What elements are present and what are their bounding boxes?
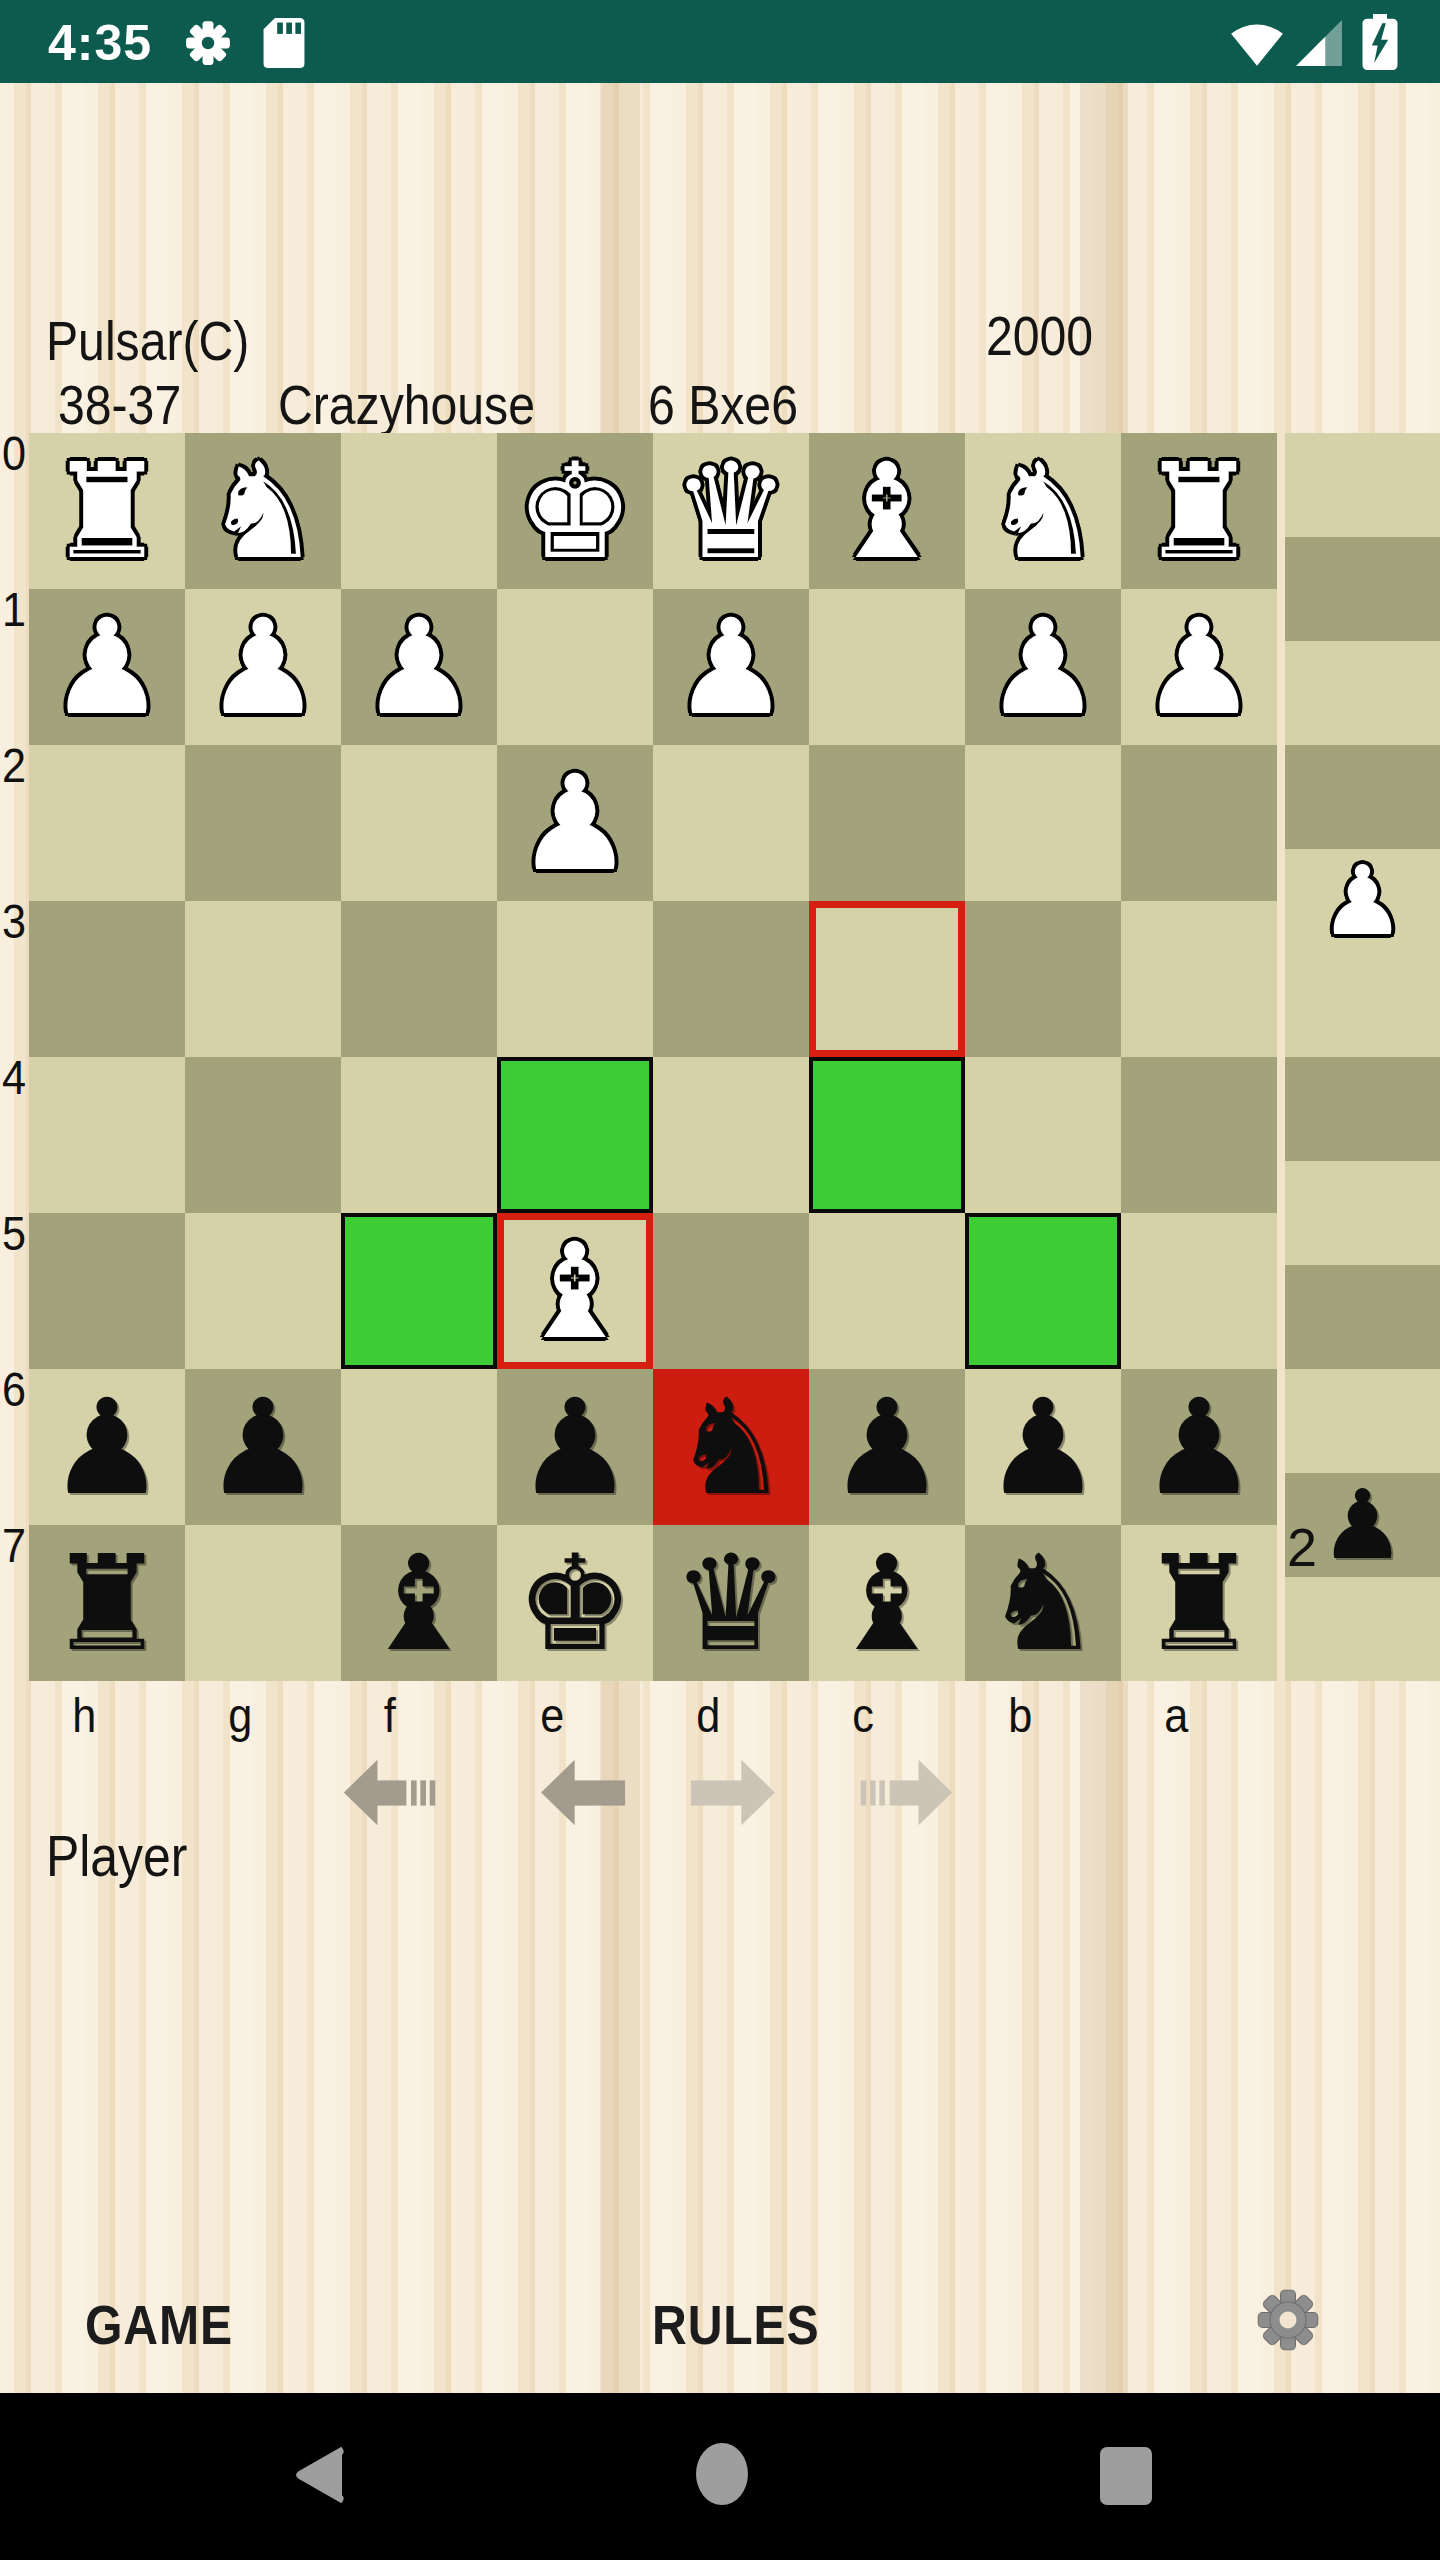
last-move-text: 6 Bxe6	[648, 372, 822, 437]
square-h1[interactable]: ♜	[29, 433, 185, 589]
square-f4[interactable]	[341, 901, 497, 1057]
white-p-piece: ♟	[1140, 589, 1258, 745]
square-f7[interactable]	[341, 1369, 497, 1525]
square-d8[interactable]: ♛	[653, 1525, 809, 1681]
square-h3[interactable]	[29, 745, 185, 901]
square-f6[interactable]	[341, 1213, 497, 1369]
pocket-cell-3[interactable]	[1285, 745, 1440, 849]
square-a3[interactable]	[1121, 745, 1277, 901]
square-h4[interactable]	[29, 901, 185, 1057]
black-p-piece: ♟	[204, 1369, 322, 1525]
square-b5[interactable]	[965, 1057, 1121, 1213]
square-h5[interactable]	[29, 1057, 185, 1213]
black-p-piece: ♟	[828, 1369, 946, 1525]
square-a8[interactable]: ♜	[1121, 1525, 1277, 1681]
square-d4[interactable]	[653, 901, 809, 1057]
square-e3[interactable]: ♟	[497, 745, 653, 901]
square-d3[interactable]	[653, 745, 809, 901]
square-c3[interactable]	[809, 745, 965, 901]
white-p-piece: ♟	[360, 589, 478, 745]
square-g2[interactable]: ♟	[185, 589, 341, 745]
black-p-piece: ♟	[516, 1369, 634, 1525]
white-p-piece: ♟	[48, 589, 166, 745]
file-label-h: h	[72, 1688, 96, 1743]
pocket-cell-7[interactable]	[1285, 1161, 1440, 1265]
square-h7[interactable]: ♟	[29, 1369, 185, 1525]
black-q-piece: ♛	[672, 1525, 790, 1681]
square-d1[interactable]: ♛	[653, 433, 809, 589]
next-move-button[interactable]	[688, 1758, 776, 1828]
file-label-b: b	[1008, 1688, 1032, 1743]
square-g1[interactable]: ♞	[185, 433, 341, 589]
square-g7[interactable]: ♟	[185, 1369, 341, 1525]
black-pocket-pawn[interactable]: ♟	[1319, 1473, 1405, 1577]
first-move-button[interactable]	[343, 1758, 438, 1828]
wifi-icon	[1228, 18, 1286, 68]
square-b7[interactable]: ♟	[965, 1369, 1121, 1525]
black-p-piece: ♟	[984, 1369, 1102, 1525]
square-e1[interactable]: ♚	[497, 433, 653, 589]
square-f2[interactable]: ♟	[341, 589, 497, 745]
file-label-c: c	[852, 1688, 874, 1743]
square-g3[interactable]	[185, 745, 341, 901]
pocket-cell-0[interactable]	[1285, 433, 1440, 537]
square-a1[interactable]: ♜	[1121, 433, 1277, 589]
black-p-piece: ♟	[1140, 1369, 1258, 1525]
square-d2[interactable]: ♟	[653, 589, 809, 745]
rank-label-3: 3	[2, 894, 38, 949]
square-f5[interactable]	[341, 1057, 497, 1213]
white-r-piece: ♜	[48, 433, 166, 589]
white-q-piece: ♛	[672, 433, 790, 589]
back-button[interactable]	[293, 2443, 345, 2507]
gear-icon	[183, 18, 233, 68]
pocket-cell-5[interactable]	[1285, 953, 1440, 1057]
file-label-g: g	[228, 1688, 252, 1743]
square-b8[interactable]: ♞	[965, 1525, 1121, 1681]
file-label-f: f	[384, 1688, 396, 1743]
rules-menu-button[interactable]: RULES	[652, 2292, 847, 2357]
last-move-button[interactable]	[858, 1758, 953, 1828]
rank-label-7: 7	[2, 1518, 38, 1573]
cell-signal-icon	[1294, 18, 1344, 68]
android-navigation-bar	[0, 2393, 1440, 2560]
pocket-cell-11[interactable]	[1285, 1577, 1440, 1681]
white-p-piece: ♟	[516, 745, 634, 901]
square-c4[interactable]	[809, 901, 965, 1057]
square-a2[interactable]: ♟	[1121, 589, 1277, 745]
status-time: 4:35	[48, 14, 152, 72]
rank-label-0: 0	[2, 426, 38, 481]
pocket-cell-8[interactable]	[1285, 1265, 1440, 1369]
white-b-piece: ♝	[828, 433, 946, 589]
square-a5[interactable]	[1121, 1057, 1277, 1213]
sd-card-icon	[262, 18, 306, 68]
white-k-piece: ♚	[516, 433, 634, 589]
white-p-piece: ♟	[984, 589, 1102, 745]
clock-display: 38-37	[58, 372, 201, 437]
square-b6[interactable]	[965, 1213, 1121, 1369]
white-pocket-pawn[interactable]: ♟	[1319, 849, 1405, 953]
black-r-piece: ♜	[48, 1525, 166, 1681]
status-bar: 4:35	[0, 0, 1440, 83]
variant-label: Crazyhouse	[278, 372, 577, 437]
pocket-cell-6[interactable]	[1285, 1057, 1440, 1161]
player-name: Player	[46, 1822, 210, 1889]
square-c1[interactable]: ♝	[809, 433, 965, 589]
pocket-cell-4[interactable]: ♟	[1285, 849, 1440, 953]
square-f8[interactable]: ♝	[341, 1525, 497, 1681]
white-n-piece: ♞	[204, 433, 322, 589]
square-c8[interactable]: ♝	[809, 1525, 965, 1681]
black-n-piece: ♞	[672, 1369, 790, 1525]
square-h2[interactable]: ♟	[29, 589, 185, 745]
rank-label-5: 5	[2, 1206, 38, 1261]
square-a6[interactable]	[1121, 1213, 1277, 1369]
white-r-piece: ♜	[1140, 433, 1258, 589]
square-f1[interactable]	[341, 433, 497, 589]
settings-gear-button[interactable]	[1254, 2286, 1322, 2354]
white-n-piece: ♞	[984, 433, 1102, 589]
square-f3[interactable]	[341, 745, 497, 901]
square-g6[interactable]	[185, 1213, 341, 1369]
rank-label-4: 4	[2, 1050, 38, 1105]
square-b3[interactable]	[965, 745, 1121, 901]
pocket-cell-9[interactable]	[1285, 1369, 1440, 1473]
black-p-piece: ♟	[48, 1369, 166, 1525]
black-b-piece: ♝	[360, 1525, 478, 1681]
square-a4[interactable]	[1121, 901, 1277, 1057]
square-a7[interactable]: ♟	[1121, 1369, 1277, 1525]
square-g8[interactable]	[185, 1525, 341, 1681]
square-d7[interactable]: ♞	[653, 1369, 809, 1525]
previous-move-button[interactable]	[540, 1758, 628, 1828]
file-label-d: d	[696, 1688, 720, 1743]
square-b1[interactable]: ♞	[965, 433, 1121, 589]
home-button[interactable]	[693, 2441, 751, 2507]
pocket-cell-1[interactable]	[1285, 537, 1440, 641]
black-b-piece: ♝	[828, 1525, 946, 1681]
square-d6[interactable]	[653, 1213, 809, 1369]
battery-charging-icon	[1362, 14, 1398, 70]
white-p-piece: ♟	[672, 589, 790, 745]
game-menu-button[interactable]: GAME	[85, 2292, 257, 2357]
square-e8[interactable]: ♚	[497, 1525, 653, 1681]
square-h8[interactable]: ♜	[29, 1525, 185, 1681]
square-c7[interactable]: ♟	[809, 1369, 965, 1525]
square-h6[interactable]	[29, 1213, 185, 1369]
square-e4[interactable]	[497, 901, 653, 1057]
square-e6[interactable]: ♝	[497, 1213, 653, 1369]
square-c2[interactable]	[809, 589, 965, 745]
rank-label-1: 1	[2, 582, 38, 637]
square-e2[interactable]	[497, 589, 653, 745]
square-c5[interactable]	[809, 1057, 965, 1213]
crazyhouse-pocket-tray: ♟♟	[1285, 433, 1440, 1681]
black-pocket-pawn-count: 2	[1287, 1516, 1317, 1578]
opponent-rating: 2000	[986, 303, 1111, 368]
pocket-cell-2[interactable]	[1285, 641, 1440, 745]
square-e7[interactable]: ♟	[497, 1369, 653, 1525]
square-e5[interactable]	[497, 1057, 653, 1213]
file-label-e: e	[540, 1688, 564, 1743]
square-b4[interactable]	[965, 901, 1121, 1057]
square-b2[interactable]: ♟	[965, 589, 1121, 745]
square-d5[interactable]	[653, 1057, 809, 1213]
chess-board: ♜♞♚♛♝♞♜♟♟♟♟♟♟♟♝♟♟♟♞♟♟♟♜♝♚♛♝♞♜	[29, 433, 1277, 1681]
rank-label-6: 6	[2, 1362, 38, 1417]
square-g5[interactable]	[185, 1057, 341, 1213]
white-b-piece: ♝	[516, 1213, 634, 1369]
file-label-a: a	[1164, 1688, 1188, 1743]
rank-label-2: 2	[2, 738, 38, 793]
black-k-piece: ♚	[516, 1525, 634, 1681]
black-r-piece: ♜	[1140, 1525, 1258, 1681]
white-p-piece: ♟	[204, 589, 322, 745]
square-g4[interactable]	[185, 901, 341, 1057]
opponent-name: Pulsar(C)	[46, 308, 282, 373]
recents-button[interactable]	[1098, 2445, 1154, 2507]
black-n-piece: ♞	[984, 1525, 1102, 1681]
square-c6[interactable]	[809, 1213, 965, 1369]
